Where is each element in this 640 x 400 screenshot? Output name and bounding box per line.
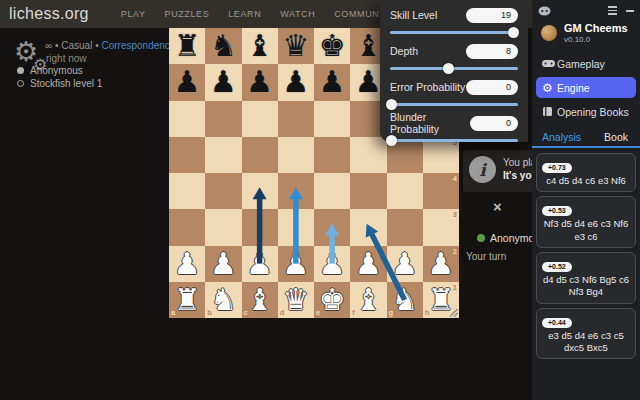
square-b5[interactable] <box>205 137 241 173</box>
white-king[interactable]: ♚ <box>319 285 346 315</box>
square-b3[interactable] <box>205 209 241 245</box>
gamepad-icon <box>542 59 557 68</box>
square-g3[interactable] <box>387 209 423 245</box>
file-label: a <box>171 308 175 317</box>
menu-item-label: Engine <box>557 82 590 94</box>
square-a8[interactable]: ♜ <box>169 28 205 64</box>
extension-title: GM Cheems <box>564 22 628 34</box>
rank-label: 2 <box>453 247 457 256</box>
menu-item-engine[interactable]: ⚙Engine <box>536 77 636 98</box>
setting-label: Skill Level <box>390 9 437 21</box>
file-label: h <box>425 308 430 317</box>
square-e7[interactable]: ♟ <box>314 64 350 100</box>
square-e4[interactable] <box>314 173 350 209</box>
white-knight[interactable]: ♞ <box>210 285 237 315</box>
square-e1[interactable]: e♚ <box>314 282 350 318</box>
tab-book[interactable]: Book <box>604 131 628 143</box>
square-b6[interactable] <box>205 101 241 137</box>
square-c3[interactable] <box>242 209 278 245</box>
avatar <box>541 25 557 41</box>
analysis-line-card[interactable]: +0.73c4 d5 d4 c6 e3 Nf6 <box>536 153 636 192</box>
square-c4[interactable] <box>242 173 278 209</box>
menu-item-gameplay[interactable]: Gameplay <box>536 53 636 74</box>
setup-player-row: Anonymous <box>17 64 102 76</box>
white-rook[interactable]: ♜ <box>174 285 201 315</box>
setting-skill-level: Skill Level19 <box>390 7 518 38</box>
close-icon[interactable]: × <box>493 199 502 214</box>
slider-thumb[interactable] <box>443 63 454 74</box>
square-e6[interactable] <box>314 101 350 137</box>
square-g4[interactable] <box>387 173 423 209</box>
extension-version: v0.10.0 <box>564 35 628 44</box>
speed-link[interactable]: Correspondence <box>101 40 175 51</box>
square-h4[interactable]: 4 <box>423 173 459 209</box>
menu-item-label: Gameplay <box>557 58 605 70</box>
white-pawn[interactable]: ♟ <box>282 249 309 279</box>
analysis-progress-bar <box>532 146 640 148</box>
square-e8[interactable]: ♚ <box>314 28 350 64</box>
square-d6[interactable] <box>278 101 314 137</box>
white-pawn[interactable]: ♟ <box>246 249 273 279</box>
setting-label: Blunder Probability <box>390 111 470 135</box>
square-c1[interactable]: c♝ <box>242 282 278 318</box>
white-pawn[interactable]: ♟ <box>174 249 201 279</box>
analysis-line-card[interactable]: +0.44e3 d5 d4 e6 c3 c5 dxc5 Bxc5 <box>536 308 636 360</box>
discord-icon[interactable] <box>538 6 551 16</box>
square-e2[interactable]: ♟ <box>314 246 350 282</box>
square-c7[interactable]: ♟ <box>242 64 278 100</box>
rank-label: 4 <box>453 174 457 183</box>
square-b8[interactable]: ♞ <box>205 28 241 64</box>
square-d4[interactable] <box>278 173 314 209</box>
square-a3[interactable] <box>169 209 205 245</box>
separator: • <box>95 40 99 51</box>
square-h3[interactable]: 3 <box>423 209 459 245</box>
setting-value-input[interactable]: 0 <box>466 80 518 95</box>
eval-badge: +0.52 <box>542 262 572 272</box>
square-e5[interactable] <box>314 137 350 173</box>
extension-panel: GM Cheems v0.10.0 Gameplay⚙EngineOpening… <box>532 0 640 400</box>
square-g1[interactable]: g♞ <box>387 282 423 318</box>
square-g2[interactable]: ♟ <box>387 246 423 282</box>
extension-titlebar <box>532 0 640 17</box>
turn-status: Your turn <box>466 251 506 262</box>
extension-tabs: AnalysisBook <box>532 125 640 146</box>
square-a1[interactable]: a♜ <box>169 282 205 318</box>
separator: • <box>55 40 59 51</box>
square-d7[interactable]: ♟ <box>278 64 314 100</box>
analysis-lines-list: +0.73c4 d5 d4 c6 e3 Nf6+0.53Nf3 d5 d4 e6… <box>532 153 640 359</box>
slider-thumb[interactable] <box>386 135 397 146</box>
square-f5[interactable] <box>350 137 386 173</box>
player-marker-icon <box>17 80 24 87</box>
slider-thumb[interactable] <box>386 99 397 110</box>
black-king[interactable]: ♚ <box>319 31 346 61</box>
square-h1[interactable]: h1♜ <box>423 282 459 318</box>
setup-player-row: Stockfish level 1 <box>17 77 102 89</box>
eval-badge: +0.53 <box>542 206 572 216</box>
setting-depth: Depth8 <box>390 43 518 74</box>
black-bishop[interactable]: ♝ <box>355 31 382 61</box>
analysis-line-card[interactable]: +0.52d4 d5 c3 Nf6 Bg5 c6 Nf3 Bg4 <box>536 252 636 304</box>
game-started-time: right now <box>46 53 87 64</box>
black-pawn[interactable]: ♟ <box>174 67 201 97</box>
file-label: g <box>389 308 394 317</box>
player-name: Anonymous <box>30 65 83 76</box>
setting-slider[interactable] <box>390 26 518 38</box>
file-label: c <box>244 308 248 317</box>
setting-slider[interactable] <box>390 98 518 110</box>
square-d1[interactable]: d♛ <box>278 282 314 318</box>
black-pawn[interactable]: ♟ <box>319 67 346 97</box>
lichess-logo[interactable]: lichess.org <box>9 5 89 23</box>
black-rook[interactable]: ♜ <box>174 31 201 61</box>
info-icon: i <box>469 156 496 183</box>
game-setup-line: ∞ • Casual • Correspondence <box>45 40 175 51</box>
engine-settings-panel: Skill Level19Depth8Error Probability0Blu… <box>380 0 528 142</box>
square-b4[interactable] <box>205 173 241 209</box>
black-queen[interactable]: ♛ <box>282 31 309 61</box>
file-label: b <box>207 308 212 317</box>
rank-label: 1 <box>453 283 457 292</box>
white-pawn[interactable]: ♟ <box>210 249 237 279</box>
setting-slider[interactable] <box>390 62 518 74</box>
nav-watch[interactable]: WATCH <box>280 9 315 19</box>
square-d5[interactable] <box>278 137 314 173</box>
line-moves: Nf3 d5 d4 e6 c3 Nf6 e3 c6 <box>540 218 632 243</box>
file-label: d <box>280 308 285 317</box>
black-pawn[interactable]: ♟ <box>246 67 273 97</box>
white-bishop[interactable]: ♝ <box>355 285 382 315</box>
square-a5[interactable] <box>169 137 205 173</box>
square-e3[interactable] <box>314 209 350 245</box>
square-f3[interactable] <box>350 209 386 245</box>
menu-item-opening-books[interactable]: Opening Books <box>536 101 636 122</box>
square-h2[interactable]: 2♟ <box>423 246 459 282</box>
black-pawn[interactable]: ♟ <box>282 67 309 97</box>
analysis-line-card[interactable]: +0.53Nf3 d5 d4 e6 c3 Nf6 e3 c6 <box>536 196 636 248</box>
square-a2[interactable]: ♟ <box>169 246 205 282</box>
file-label: f <box>352 308 355 317</box>
square-d8[interactable]: ♛ <box>278 28 314 64</box>
square-d3[interactable] <box>278 209 314 245</box>
setting-value-input[interactable]: 19 <box>466 8 518 23</box>
square-f2[interactable]: ♟ <box>350 246 386 282</box>
setting-label: Error Probability <box>390 81 465 93</box>
gear-icon: ⚙ <box>542 82 557 94</box>
square-c5[interactable] <box>242 137 278 173</box>
line-moves: e3 d5 d4 e6 c3 c5 dxc5 Bxc5 <box>540 330 632 355</box>
square-d2[interactable]: ♟ <box>278 246 314 282</box>
eval-badge: +0.73 <box>542 163 572 173</box>
setting-slider[interactable] <box>390 134 518 146</box>
square-c8[interactable]: ♝ <box>242 28 278 64</box>
white-pawn[interactable]: ♟ <box>319 249 346 279</box>
square-c2[interactable]: ♟ <box>242 246 278 282</box>
square-b1[interactable]: b♞ <box>205 282 241 318</box>
setting-error-probability: Error Probability0 <box>390 79 518 110</box>
square-b2[interactable]: ♟ <box>205 246 241 282</box>
slider-thumb[interactable] <box>508 27 519 38</box>
player-marker-icon <box>17 67 24 74</box>
extension-menu: Gameplay⚙EngineOpening Books <box>532 53 640 122</box>
player-list: AnonymousStockfish level 1 <box>17 64 102 90</box>
square-a4[interactable] <box>169 173 205 209</box>
minimize-icon[interactable] <box>626 10 634 12</box>
eval-badge: +0.44 <box>542 318 572 328</box>
black-bishop[interactable]: ♝ <box>246 31 273 61</box>
square-f4[interactable] <box>350 173 386 209</box>
white-queen[interactable]: ♛ <box>282 285 309 315</box>
setting-label: Depth <box>390 45 418 57</box>
file-label: e <box>316 308 320 317</box>
book-icon <box>542 106 557 117</box>
square-a6[interactable] <box>169 101 205 137</box>
online-dot <box>477 234 485 242</box>
white-rook[interactable]: ♜ <box>427 285 454 315</box>
black-pawn[interactable]: ♟ <box>355 67 382 97</box>
menu-icon[interactable] <box>608 6 617 15</box>
setting-blunder-probability: Blunder Probability0 <box>390 115 518 146</box>
game-mode: Casual <box>61 40 92 51</box>
square-c6[interactable] <box>242 101 278 137</box>
square-f1[interactable]: f♝ <box>350 282 386 318</box>
line-moves: c4 d5 d4 c6 e3 Nf6 <box>540 175 632 187</box>
square-a7[interactable]: ♟ <box>169 64 205 100</box>
setting-value-input[interactable]: 0 <box>470 116 518 131</box>
tab-analysis[interactable]: Analysis <box>542 131 581 143</box>
white-pawn[interactable]: ♟ <box>355 249 382 279</box>
player-name: Stockfish level 1 <box>30 78 102 89</box>
white-bishop[interactable]: ♝ <box>246 285 273 315</box>
extension-profile: GM Cheems v0.10.0 <box>532 17 640 46</box>
line-moves: d4 d5 c3 Nf6 Bg5 c6 Nf3 Bg4 <box>540 274 632 299</box>
square-b7[interactable]: ♟ <box>205 64 241 100</box>
menu-item-label: Opening Books <box>557 106 629 118</box>
black-pawn[interactable]: ♟ <box>210 67 237 97</box>
setting-value-input[interactable]: 8 <box>466 44 518 59</box>
white-pawn[interactable]: ♟ <box>391 249 418 279</box>
time-control: ∞ <box>45 40 52 51</box>
nav-play[interactable]: PLAY <box>121 9 146 19</box>
white-knight[interactable]: ♞ <box>391 285 418 315</box>
white-pawn[interactable]: ♟ <box>427 249 454 279</box>
nav-learn[interactable]: LEARN <box>228 9 261 19</box>
nav-puzzles[interactable]: PUZZLES <box>165 9 210 19</box>
rank-label: 3 <box>453 210 457 219</box>
black-knight[interactable]: ♞ <box>210 31 237 61</box>
